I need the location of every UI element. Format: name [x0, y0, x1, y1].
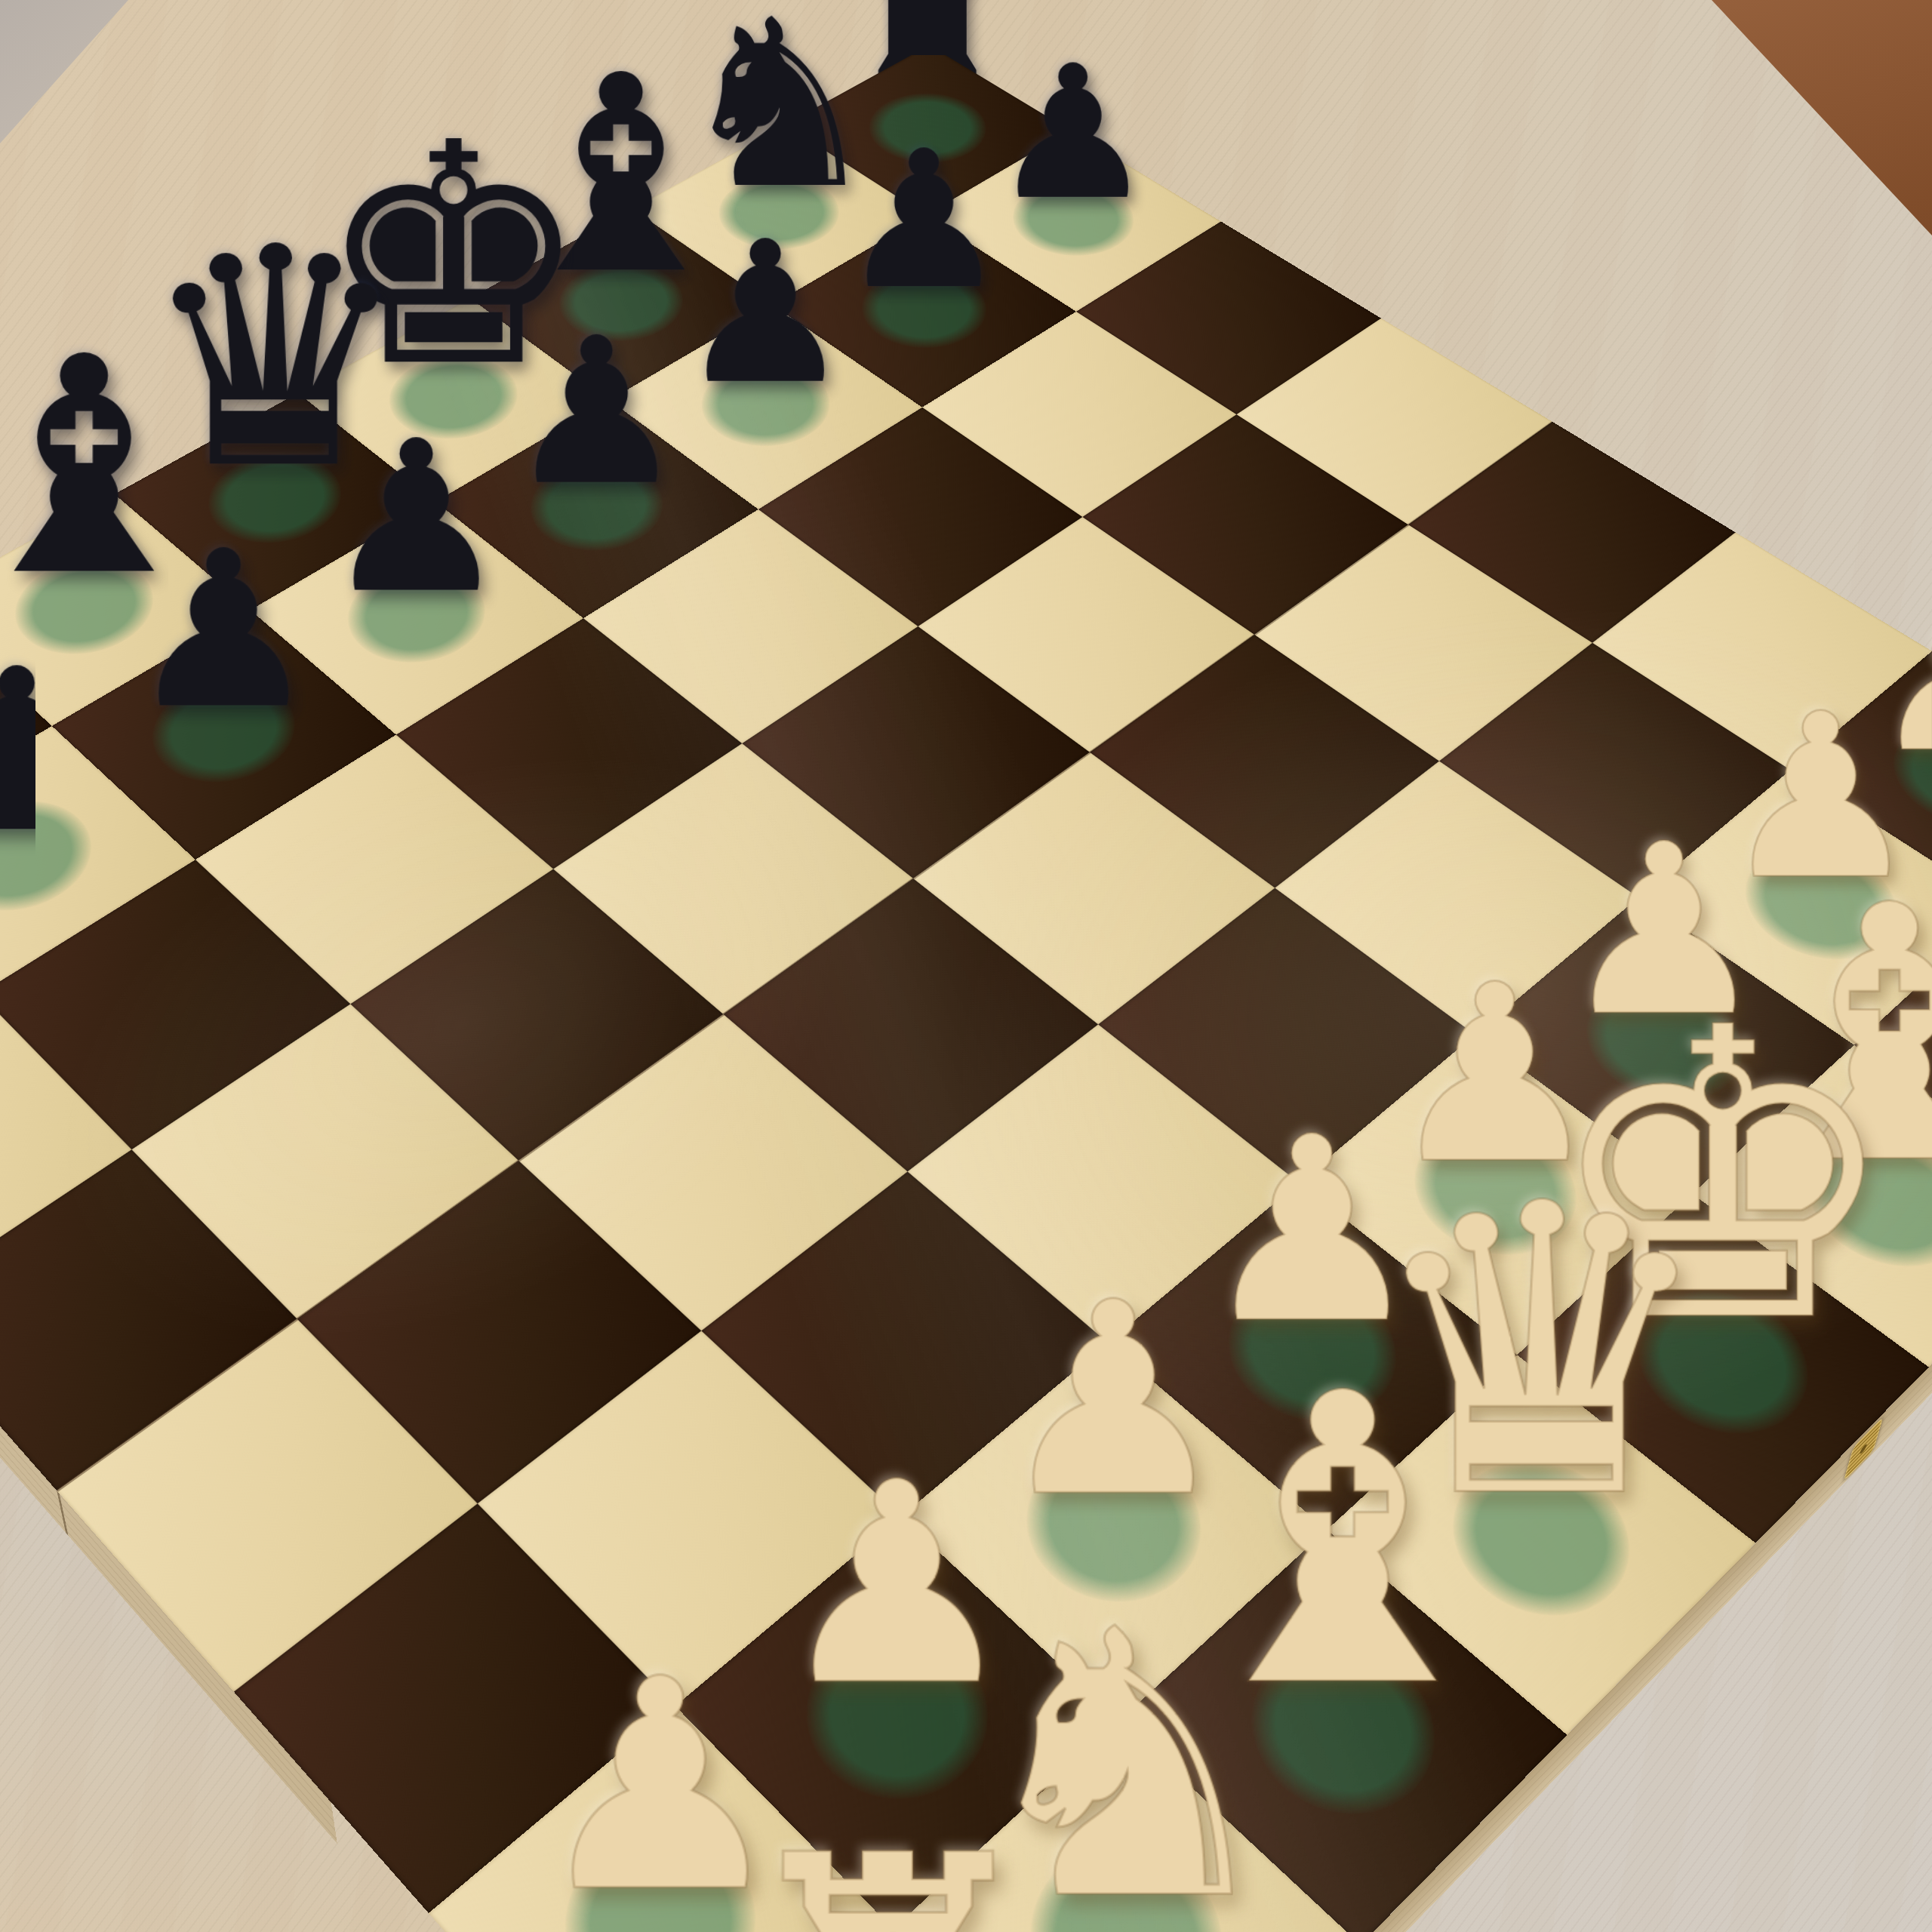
piece-black-pawn[interactable]: ♟: [991, 49, 1156, 219]
scene: ♜♞♝♛♚♝♞♜♟♟♟♟♟♟♟♟♟♟♟♟♟♟♟♟♜♞♝♛♚♝♞♜: [0, 0, 1932, 1932]
piece-black-pawn[interactable]: ♟: [678, 223, 854, 404]
piece-black-pawn[interactable]: ♟: [323, 422, 510, 614]
piece-black-pawn[interactable]: ♟: [506, 319, 688, 506]
piece-black-pawn[interactable]: ♟: [0, 649, 118, 855]
photo-stage: ♜♞♝♛♚♝♞♜♟♟♟♟♟♟♟♟♟♟♟♟♟♟♟♟♜♞♝♛♚♝♞♜: [0, 0, 1932, 1932]
piece-black-pawn[interactable]: ♟: [839, 134, 1010, 308]
piece-black-pawn[interactable]: ♟: [127, 531, 321, 731]
board-face: ♜♞♝♛♚♝♞♜♟♟♟♟♟♟♟♟♟♟♟♟♟♟♟♟♜♞♝♛♚♝♞♜: [0, 45, 1932, 1932]
piece-white-rook[interactable]: ♜: [721, 1823, 1056, 1932]
chess-board: ♜♞♝♛♚♝♞♜♟♟♟♟♟♟♟♟♟♟♟♟♟♟♟♟♜♞♝♛♚♝♞♜: [0, 45, 1932, 1932]
